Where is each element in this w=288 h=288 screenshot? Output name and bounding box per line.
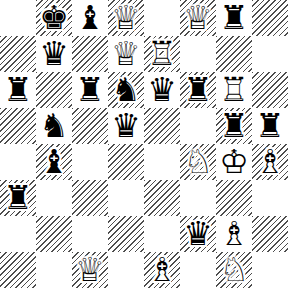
piece-black-queen: ♛: [39, 36, 69, 72]
square-g6[interactable]: ♖: [216, 72, 252, 108]
square-f6[interactable]: ♜: [180, 72, 216, 108]
square-f7[interactable]: [180, 36, 216, 72]
square-h4[interactable]: ♗: [252, 144, 288, 180]
piece-black-queen: ♛: [183, 216, 213, 252]
square-g5[interactable]: ♜: [216, 108, 252, 144]
square-g7[interactable]: [216, 36, 252, 72]
piece-black-rook: ♜: [3, 180, 33, 216]
square-e6[interactable]: ♛: [144, 72, 180, 108]
square-e5[interactable]: [144, 108, 180, 144]
square-a2[interactable]: [0, 216, 36, 252]
piece-white-king: ♔: [219, 144, 249, 180]
square-c6[interactable]: ♜: [72, 72, 108, 108]
square-c7[interactable]: [72, 36, 108, 72]
square-d4[interactable]: [108, 144, 144, 180]
piece-white-queen: ♕: [75, 252, 105, 288]
square-a6[interactable]: ♜: [0, 72, 36, 108]
square-d8[interactable]: ♕: [108, 0, 144, 36]
square-h7[interactable]: [252, 36, 288, 72]
square-c8[interactable]: ♝: [72, 0, 108, 36]
square-e2[interactable]: [144, 216, 180, 252]
piece-white-rook: ♖: [219, 72, 249, 108]
piece-white-queen: ♕: [111, 36, 141, 72]
square-b5[interactable]: ♞: [36, 108, 72, 144]
piece-white-queen: ♕: [183, 0, 213, 36]
square-c1[interactable]: ♕: [72, 252, 108, 288]
square-d1[interactable]: [108, 252, 144, 288]
square-b7[interactable]: ♛: [36, 36, 72, 72]
square-f4[interactable]: ♘: [180, 144, 216, 180]
piece-black-queen: ♛: [111, 108, 141, 144]
piece-white-rook: ♖: [147, 36, 177, 72]
square-h3[interactable]: [252, 180, 288, 216]
square-f8[interactable]: ♕: [180, 0, 216, 36]
square-b6[interactable]: [36, 72, 72, 108]
piece-black-rook: ♜: [3, 72, 33, 108]
square-e8[interactable]: [144, 0, 180, 36]
square-b1[interactable]: [36, 252, 72, 288]
piece-black-rook: ♜: [219, 0, 249, 36]
square-g8[interactable]: ♜: [216, 0, 252, 36]
square-d7[interactable]: ♕: [108, 36, 144, 72]
piece-black-bishop: ♝: [39, 144, 69, 180]
square-f5[interactable]: [180, 108, 216, 144]
square-e7[interactable]: ♖: [144, 36, 180, 72]
piece-white-knight: ♘: [219, 252, 249, 288]
square-c5[interactable]: [72, 108, 108, 144]
square-h1[interactable]: [252, 252, 288, 288]
square-a3[interactable]: ♜: [0, 180, 36, 216]
square-a7[interactable]: [0, 36, 36, 72]
piece-black-rook: ♜: [255, 108, 285, 144]
square-e4[interactable]: [144, 144, 180, 180]
piece-white-knight: ♘: [183, 144, 213, 180]
piece-black-king: ♚: [39, 0, 69, 36]
square-h6[interactable]: [252, 72, 288, 108]
square-h2[interactable]: [252, 216, 288, 252]
square-a5[interactable]: [0, 108, 36, 144]
piece-black-bishop: ♝: [75, 0, 105, 36]
square-b2[interactable]: [36, 216, 72, 252]
square-h5[interactable]: ♜: [252, 108, 288, 144]
piece-black-knight: ♞: [111, 72, 141, 108]
square-b8[interactable]: ♚: [36, 0, 72, 36]
square-b3[interactable]: [36, 180, 72, 216]
piece-black-rook: ♜: [75, 72, 105, 108]
chess-board: ♚♝♕♕♜♛♕♖♜♜♞♛♜♖♞♛♜♜♝♘♔♗♜♛♗♕♗♘: [0, 0, 288, 288]
square-d3[interactable]: [108, 180, 144, 216]
square-a4[interactable]: [0, 144, 36, 180]
square-c2[interactable]: [72, 216, 108, 252]
square-g2[interactable]: ♗: [216, 216, 252, 252]
square-c3[interactable]: [72, 180, 108, 216]
piece-black-rook: ♜: [219, 108, 249, 144]
square-f3[interactable]: [180, 180, 216, 216]
piece-white-bishop: ♗: [219, 216, 249, 252]
piece-black-queen: ♛: [147, 72, 177, 108]
piece-white-queen: ♕: [111, 0, 141, 36]
square-h8[interactable]: [252, 0, 288, 36]
piece-black-rook: ♜: [183, 72, 213, 108]
piece-white-bishop: ♗: [147, 252, 177, 288]
square-g4[interactable]: ♔: [216, 144, 252, 180]
square-e3[interactable]: [144, 180, 180, 216]
square-d5[interactable]: ♛: [108, 108, 144, 144]
piece-white-bishop: ♗: [255, 144, 285, 180]
square-c4[interactable]: [72, 144, 108, 180]
square-f1[interactable]: [180, 252, 216, 288]
piece-black-knight: ♞: [39, 108, 69, 144]
square-b4[interactable]: ♝: [36, 144, 72, 180]
square-d2[interactable]: [108, 216, 144, 252]
square-d6[interactable]: ♞: [108, 72, 144, 108]
square-a8[interactable]: [0, 0, 36, 36]
square-e1[interactable]: ♗: [144, 252, 180, 288]
square-g1[interactable]: ♘: [216, 252, 252, 288]
square-f2[interactable]: ♛: [180, 216, 216, 252]
square-a1[interactable]: [0, 252, 36, 288]
square-g3[interactable]: [216, 180, 252, 216]
